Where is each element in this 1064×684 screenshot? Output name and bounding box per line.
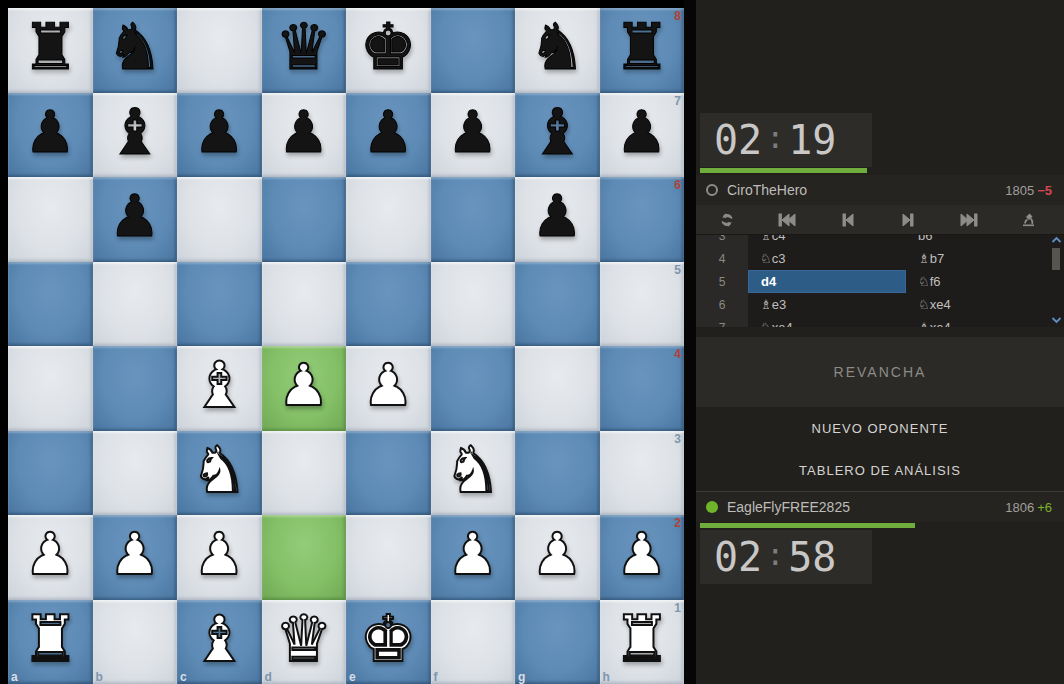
black-move[interactable]: ♗xe4	[906, 316, 1050, 327]
square-a4[interactable]	[8, 346, 93, 431]
square-h6[interactable]: 6	[600, 177, 685, 262]
move-list: 3♗c4b64♘c3♗b75d4♘f66♗e3♘xe47♘xe4♗xe4	[696, 235, 1064, 327]
new-opponent-button[interactable]: NUEVO OPONENTE	[696, 407, 1064, 449]
go-previous-move-icon[interactable]	[833, 210, 863, 230]
square-e3[interactable]	[346, 431, 431, 516]
square-a5[interactable]	[8, 262, 93, 347]
square-h1[interactable]: ♜1h	[600, 600, 685, 684]
player-name[interactable]: EagleFlyFREE2825	[727, 499, 850, 515]
file-label-b: b	[96, 671, 103, 683]
piece-wP-c2[interactable]: ♟	[193, 525, 245, 583]
square-h5[interactable]: 5	[600, 262, 685, 347]
piece-wP-h2[interactable]: ♟	[616, 525, 668, 583]
move-number: 6	[696, 293, 748, 316]
spacer	[696, 327, 1064, 337]
rank-label-8: 8	[674, 10, 681, 22]
square-b2[interactable]: ♟	[93, 515, 178, 600]
square-e8[interactable]: ♚	[346, 8, 431, 93]
square-c8[interactable]	[177, 8, 262, 93]
move-row-4: 4♘c3♗b7	[696, 247, 1064, 270]
square-g7[interactable]: ♝	[515, 93, 600, 178]
file-label-g: g	[518, 671, 525, 683]
square-e7[interactable]: ♟	[346, 93, 431, 178]
file-label-h: h	[603, 671, 610, 683]
square-a1[interactable]: ♜a	[8, 600, 93, 684]
piece-bP-g6[interactable]: ♟	[531, 187, 583, 245]
move-row-5: 5d4♘f6	[696, 270, 1064, 293]
square-b5[interactable]	[93, 262, 178, 347]
offline-status-icon	[706, 184, 718, 196]
square-d4[interactable]: ♟	[262, 346, 347, 431]
move-row-3: 3♗c4b6	[696, 235, 1064, 247]
black-move[interactable]: b6	[906, 235, 1050, 247]
square-h3[interactable]: 3	[600, 431, 685, 516]
square-f4[interactable]	[431, 346, 516, 431]
go-first-move-icon[interactable]	[772, 210, 802, 230]
square-e1[interactable]: ♚e	[346, 600, 431, 684]
clock-separator: :	[762, 120, 788, 161]
square-f2[interactable]: ♟	[431, 515, 516, 600]
square-b8[interactable]: ♞	[93, 8, 178, 93]
opponent-name[interactable]: CiroTheHero	[727, 182, 807, 198]
square-d7[interactable]: ♟	[262, 93, 347, 178]
rematch-button[interactable]: REVANCHA	[696, 337, 1064, 407]
square-h2[interactable]: ♟2	[600, 515, 685, 600]
square-b4[interactable]	[93, 346, 178, 431]
go-next-move-icon[interactable]	[893, 210, 923, 230]
rank-label-3: 3	[674, 433, 681, 445]
black-move[interactable]: ♗b7	[906, 247, 1050, 270]
square-g5[interactable]	[515, 262, 600, 347]
square-b3[interactable]	[93, 431, 178, 516]
board-grid: ♜♞♛♚♞♜8♟♝♟♟♟♟♝♟7♟♟65♝♟♟4♞♞3♟♟♟♟♟♟2♜ab♝c♛…	[8, 8, 684, 684]
rank-label-1: 1	[674, 602, 681, 614]
square-d6[interactable]	[262, 177, 347, 262]
square-d1[interactable]: ♛d	[262, 600, 347, 684]
clock-seconds: 19	[788, 117, 836, 163]
square-g3[interactable]	[515, 431, 600, 516]
file-label-a: a	[11, 671, 18, 683]
piece-wB-c1[interactable]: ♝	[191, 607, 248, 671]
move-list-scrollbar[interactable]	[1050, 235, 1063, 327]
square-f5[interactable]	[431, 262, 516, 347]
white-move[interactable]: ♗c4	[748, 235, 906, 247]
player-clock: 02:58	[700, 530, 872, 584]
scroll-down-icon[interactable]	[1050, 316, 1063, 326]
square-h7[interactable]: ♟7	[600, 93, 685, 178]
square-h8[interactable]: ♜8	[600, 8, 685, 93]
clock-minutes: 02	[714, 117, 762, 163]
square-f8[interactable]	[431, 8, 516, 93]
online-status-icon	[706, 501, 718, 513]
square-f7[interactable]: ♟	[431, 93, 516, 178]
piece-wQ-d1[interactable]: ♛	[275, 607, 332, 671]
square-c7[interactable]: ♟	[177, 93, 262, 178]
square-b7[interactable]: ♝	[93, 93, 178, 178]
white-move[interactable]: ♘c3	[748, 247, 906, 270]
sidebar-top-spacer	[696, 0, 1064, 113]
rank-label-5: 5	[674, 264, 681, 276]
go-last-move-icon[interactable]	[954, 210, 984, 230]
piece-wP-g2[interactable]: ♟	[531, 525, 583, 583]
piece-wP-b2[interactable]: ♟	[109, 525, 161, 583]
rank-label-6: 6	[674, 179, 681, 191]
square-c3[interactable]: ♞	[177, 431, 262, 516]
square-a7[interactable]: ♟	[8, 93, 93, 178]
move-number: 4	[696, 247, 748, 270]
rating-diff: −5	[1037, 183, 1052, 198]
square-g6[interactable]: ♟	[515, 177, 600, 262]
piece-bN-b8[interactable]: ♞	[106, 15, 163, 79]
replay-toolbar	[696, 205, 1064, 235]
opponent-time-bar	[700, 168, 867, 173]
board-sidebar-gutter	[684, 0, 696, 684]
square-h4[interactable]: 4	[600, 346, 685, 431]
square-g1[interactable]: g	[515, 600, 600, 684]
move-number: 3	[696, 235, 748, 247]
white-move[interactable]: ♘xe4	[748, 316, 906, 327]
move-row-6: 6♗e3♘xe4	[696, 293, 1064, 316]
piece-bP-d7[interactable]: ♟	[278, 103, 330, 161]
piece-bP-h7[interactable]: ♟	[616, 103, 668, 161]
opponent-rating: 1805−5	[1005, 183, 1052, 198]
piece-wP-a2[interactable]: ♟	[24, 525, 76, 583]
analysis-icon[interactable]	[1014, 210, 1044, 230]
square-g2[interactable]: ♟	[515, 515, 600, 600]
square-e5[interactable]	[346, 262, 431, 347]
piece-bP-a7[interactable]: ♟	[24, 103, 76, 161]
piece-bQ-d8[interactable]: ♛	[275, 15, 332, 79]
player-row: EagleFlyFREE2825 1806+6	[696, 492, 1064, 522]
white-move[interactable]: d4	[748, 270, 906, 293]
piece-bB-b7[interactable]: ♝	[106, 100, 163, 164]
clock-separator: :	[762, 537, 788, 578]
opponent-clock: 02:19	[700, 113, 872, 167]
rating-value: 1806	[1005, 500, 1034, 515]
move-number: 5	[696, 270, 748, 293]
rating-diff: +6	[1037, 500, 1052, 515]
square-c2[interactable]: ♟	[177, 515, 262, 600]
file-label-f: f	[434, 671, 438, 683]
square-c5[interactable]	[177, 262, 262, 347]
black-move[interactable]: ♘xe4	[906, 293, 1050, 316]
square-f3[interactable]: ♞	[431, 431, 516, 516]
piece-wR-h1[interactable]: ♜	[613, 607, 670, 671]
piece-bP-c7[interactable]: ♟	[193, 103, 245, 161]
square-c1[interactable]: ♝c	[177, 600, 262, 684]
square-d8[interactable]: ♛	[262, 8, 347, 93]
square-c6[interactable]	[177, 177, 262, 262]
board-container: ♜♞♛♚♞♜8♟♝♟♟♟♟♝♟7♟♟65♝♟♟4♞♞3♟♟♟♟♟♟2♜ab♝c♛…	[0, 0, 684, 684]
clock-minutes: 02	[714, 534, 762, 580]
square-a2[interactable]: ♟	[8, 515, 93, 600]
piece-wN-f3[interactable]: ♞	[444, 438, 501, 502]
piece-wN-c3[interactable]: ♞	[191, 438, 248, 502]
opponent-row: CiroTheHero 1805−5	[696, 175, 1064, 205]
sidebar: 02:19 CiroTheHero 1805−5	[696, 0, 1064, 684]
file-label-d: d	[265, 671, 272, 683]
move-list-rows: 3♗c4b64♘c3♗b75d4♘f66♗e3♘xe47♘xe4♗xe4	[696, 235, 1064, 327]
square-g8[interactable]: ♞	[515, 8, 600, 93]
square-e2[interactable]	[346, 515, 431, 600]
square-f1[interactable]: f	[431, 600, 516, 684]
square-a8[interactable]: ♜	[8, 8, 93, 93]
piece-bP-e7[interactable]: ♟	[362, 103, 414, 161]
piece-wR-a1[interactable]: ♜	[22, 607, 79, 671]
square-e6[interactable]	[346, 177, 431, 262]
square-f6[interactable]	[431, 177, 516, 262]
piece-wB-c4[interactable]: ♝	[191, 353, 248, 417]
piece-wP-e4[interactable]: ♟	[362, 356, 414, 414]
square-b6[interactable]: ♟	[93, 177, 178, 262]
square-d2[interactable]	[262, 515, 347, 600]
square-d3[interactable]	[262, 431, 347, 516]
piece-wP-f2[interactable]: ♟	[447, 525, 499, 583]
piece-bN-g8[interactable]: ♞	[529, 15, 586, 79]
rating-value: 1805	[1005, 183, 1034, 198]
square-a3[interactable]	[8, 431, 93, 516]
flip-board-icon[interactable]	[712, 210, 742, 230]
piece-bR-h8[interactable]: ♜	[613, 15, 670, 79]
square-d5[interactable]	[262, 262, 347, 347]
scrollbar-thumb[interactable]	[1052, 248, 1060, 270]
player-rating: 1806+6	[1005, 500, 1052, 515]
piece-bR-a8[interactable]: ♜	[22, 15, 79, 79]
clock-seconds: 58	[788, 534, 836, 580]
square-b1[interactable]: b	[93, 600, 178, 684]
game-page: ♜♞♛♚♞♜8♟♝♟♟♟♟♝♟7♟♟65♝♟♟4♞♞3♟♟♟♟♟♟2♜ab♝c♛…	[0, 0, 1064, 684]
square-g4[interactable]	[515, 346, 600, 431]
analysis-board-button[interactable]: TABLERO DE ANÁLISIS	[696, 449, 1064, 491]
file-label-e: e	[349, 671, 356, 683]
piece-bP-f7[interactable]: ♟	[447, 103, 499, 161]
rank-label-2: 2	[674, 517, 681, 529]
player-time-bar	[700, 523, 915, 528]
square-e4[interactable]: ♟	[346, 346, 431, 431]
rank-label-4: 4	[674, 348, 681, 360]
piece-wK-e1[interactable]: ♚	[360, 607, 417, 671]
scroll-up-icon[interactable]	[1050, 236, 1063, 246]
move-row-7: 7♘xe4♗xe4	[696, 316, 1064, 327]
piece-bB-g7[interactable]: ♝	[529, 100, 586, 164]
piece-wP-d4[interactable]: ♟	[278, 356, 330, 414]
white-move[interactable]: ♗e3	[748, 293, 906, 316]
square-c4[interactable]: ♝	[177, 346, 262, 431]
black-move[interactable]: ♘f6	[906, 270, 1050, 293]
rank-label-7: 7	[674, 95, 681, 107]
piece-bP-b6[interactable]: ♟	[109, 187, 161, 245]
file-label-c: c	[180, 671, 187, 683]
square-a6[interactable]	[8, 177, 93, 262]
move-number: 7	[696, 316, 748, 327]
piece-bK-e8[interactable]: ♚	[360, 15, 417, 79]
